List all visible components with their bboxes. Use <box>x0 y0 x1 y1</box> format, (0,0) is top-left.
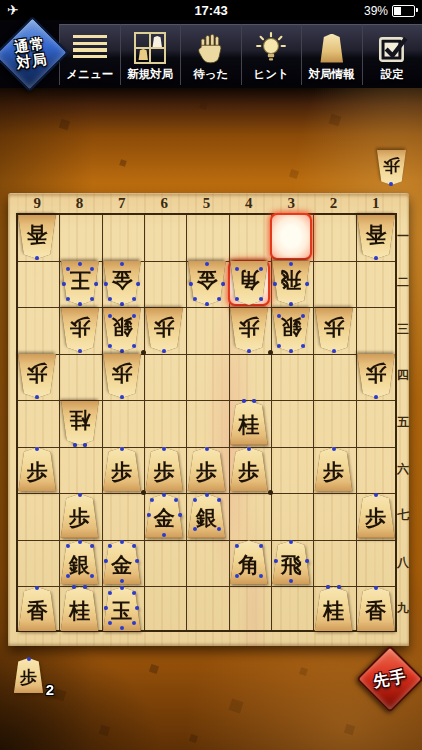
undo-hand-icon <box>181 29 241 67</box>
file-label-4: 4 <box>228 195 270 212</box>
shogi-piece-香-sente[interactable]: 香 <box>17 587 57 631</box>
shogi-piece-飛-sente[interactable]: 飛 <box>271 540 311 584</box>
highlight-last-move-origin <box>270 213 312 260</box>
shogi-piece-歩-gote[interactable]: 歩 <box>102 354 142 398</box>
rank-label-6: 六 <box>397 446 409 493</box>
shogi-piece-桂-sente[interactable]: 桂 <box>60 587 100 631</box>
shogi-piece-歩-sente[interactable]: 歩 <box>60 494 100 538</box>
battery-icon <box>392 5 415 17</box>
turn-badge-label: 先手 <box>355 644 422 714</box>
menu-button[interactable]: メニュー <box>59 24 120 85</box>
rank-label-5: 五 <box>397 399 409 446</box>
shogi-piece-飛-gote[interactable]: 飛 <box>271 261 311 305</box>
file-label-3: 3 <box>270 195 312 212</box>
settings-check-icon <box>363 29 422 67</box>
file-label-7: 7 <box>101 195 143 212</box>
shogi-piece-歩-sente[interactable]: 歩 <box>17 447 57 491</box>
shogi-piece-角-sente[interactable]: 角 <box>229 540 269 584</box>
new-game-button[interactable]: 新規対局 <box>120 24 181 85</box>
shogi-piece-玉-sente[interactable]: 玉 <box>102 587 142 631</box>
hand-count: 2 <box>46 681 54 698</box>
file-label-5: 5 <box>185 195 227 212</box>
shogi-piece-銀-sente[interactable]: 銀 <box>60 540 100 584</box>
gote-hand-tray: 歩 <box>376 150 407 189</box>
shogi-piece-歩-sente[interactable]: 歩 <box>356 494 396 538</box>
shogi-piece-桂-gote[interactable]: 桂 <box>60 401 100 445</box>
hint-button[interactable]: ヒント <box>241 24 302 85</box>
mode-badge-line2: 対局 <box>16 52 49 72</box>
shogi-piece-歩-sente[interactable]: 歩 <box>187 447 227 491</box>
shogi-piece-桂-sente[interactable]: 桂 <box>229 401 269 445</box>
settings-button[interactable]: 設定 <box>362 24 422 85</box>
battery-percent: 39% <box>364 4 388 18</box>
shogi-board[interactable]: 987654321一二三四五六七八九香香王金金角飛歩銀歩歩銀歩歩歩歩桂桂歩歩歩歩… <box>8 193 409 646</box>
shogi-piece-銀-gote[interactable]: 銀 <box>271 308 311 352</box>
game-info-button[interactable]: 対局情報 <box>301 24 362 85</box>
mode-badge-normal-game: 通常対局 <box>0 21 62 87</box>
rank-label-8: 八 <box>397 539 409 586</box>
shogi-piece-歩-gote[interactable]: 歩 <box>17 354 57 398</box>
status-clock: 17:43 <box>0 3 422 18</box>
shogi-piece-歩-gote[interactable]: 歩 <box>229 308 269 352</box>
sente-hand-tray: 歩2 <box>13 658 44 697</box>
rank-label-1: 一 <box>397 213 409 260</box>
rank-label-4: 四 <box>397 353 409 400</box>
menu-icon <box>60 29 120 67</box>
status-bar: ✈ 17:43 39% <box>0 0 422 20</box>
turn-badge-sente: 先手 <box>360 649 420 709</box>
new-game-icon <box>121 29 181 67</box>
shogi-piece-桂-sente[interactable]: 桂 <box>314 587 354 631</box>
shogi-piece-銀-gote[interactable]: 銀 <box>102 308 142 352</box>
rank-label-2: 二 <box>397 260 409 307</box>
shogi-piece-歩-sente[interactable]: 歩 <box>229 447 269 491</box>
shogi-piece-歩-sente[interactable]: 歩 <box>314 447 354 491</box>
undo-button[interactable]: 待った <box>180 24 241 85</box>
shogi-piece-金-gote[interactable]: 金 <box>187 261 227 305</box>
shogi-piece-香-gote[interactable]: 香 <box>356 215 396 259</box>
shogi-piece-香-sente[interactable]: 香 <box>356 587 396 631</box>
game-info-piece-icon <box>302 29 362 67</box>
file-label-9: 9 <box>16 195 58 212</box>
shogi-piece-歩-gote[interactable]: 歩 <box>356 354 396 398</box>
file-label-2: 2 <box>312 195 354 212</box>
shogi-piece-銀-sente[interactable]: 銀 <box>187 494 227 538</box>
file-label-1: 1 <box>355 195 397 212</box>
shogi-piece-歩-sente[interactable]: 歩 <box>102 447 142 491</box>
shogi-piece-金-gote[interactable]: 金 <box>102 261 142 305</box>
shogi-piece-歩-gote[interactable]: 歩 <box>144 308 184 352</box>
shogi-piece-歩-gote[interactable]: 歩 <box>60 308 100 352</box>
shogi-piece-歩-sente[interactable]: 歩 <box>144 447 184 491</box>
shogi-piece-歩-sente[interactable]: 歩2 <box>13 658 44 693</box>
file-label-6: 6 <box>143 195 185 212</box>
shogi-piece-歩-gote[interactable]: 歩 <box>314 308 354 352</box>
rank-label-7: 七 <box>397 492 409 539</box>
shogi-piece-香-gote[interactable]: 香 <box>17 215 57 259</box>
hint-bulb-icon <box>242 29 302 67</box>
shogi-piece-金-sente[interactable]: 金 <box>144 494 184 538</box>
shogi-piece-歩-gote[interactable]: 歩 <box>376 150 407 185</box>
file-label-8: 8 <box>58 195 100 212</box>
app-screen: ✈ 17:43 39% メニュー 新規対局 <box>0 0 422 750</box>
shogi-piece-角-gote[interactable]: 角 <box>229 261 269 305</box>
rank-label-3: 三 <box>397 306 409 353</box>
shogi-piece-金-sente[interactable]: 金 <box>102 540 142 584</box>
rank-label-9: 九 <box>397 585 409 632</box>
shogi-piece-王-gote[interactable]: 王 <box>60 261 100 305</box>
